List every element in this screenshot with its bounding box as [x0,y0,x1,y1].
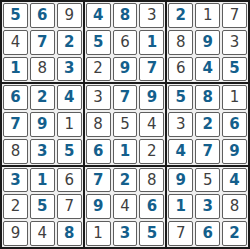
cell-r6c5[interactable]: 1 [113,139,138,164]
cell-r2c8[interactable]: 9 [195,30,220,55]
cell-r9c6[interactable]: 5 [139,221,164,246]
cell-r1c6[interactable]: 3 [139,3,164,28]
box-1-2: 483561297 [85,2,166,82]
cell-r9c1[interactable]: 9 [3,221,28,246]
cell-r9c3[interactable]: 8 [57,221,82,246]
box-2-2: 379854612 [85,84,166,164]
cell-r9c2[interactable]: 4 [30,221,55,246]
cell-r4c4[interactable]: 3 [86,85,111,110]
cell-r8c3[interactable]: 7 [57,194,82,219]
box-3-3: 954138762 [167,167,248,247]
cell-r8c5[interactable]: 4 [113,194,138,219]
cell-r8c1[interactable]: 2 [3,194,28,219]
cell-r2c2[interactable]: 7 [30,30,55,55]
cell-r8c2[interactable]: 5 [30,194,55,219]
cell-r5c1[interactable]: 7 [3,112,28,137]
cell-r9c8[interactable]: 6 [195,221,220,246]
cell-r3c3[interactable]: 3 [57,57,82,82]
cell-r3c4[interactable]: 2 [86,57,111,82]
cell-r4c2[interactable]: 2 [30,85,55,110]
cell-r7c1[interactable]: 3 [3,168,28,193]
cell-r5c8[interactable]: 2 [195,112,220,137]
cell-r3c2[interactable]: 8 [30,57,55,82]
cell-r5c9[interactable]: 6 [222,112,247,137]
cell-r1c9[interactable]: 7 [222,3,247,28]
cell-r4c3[interactable]: 4 [57,85,82,110]
cell-r3c9[interactable]: 5 [222,57,247,82]
cell-r9c9[interactable]: 2 [222,221,247,246]
cell-r6c9[interactable]: 9 [222,139,247,164]
box-3-1: 316257948 [2,167,83,247]
cell-r7c8[interactable]: 5 [195,168,220,193]
cell-r5c4[interactable]: 8 [86,112,111,137]
cell-r1c5[interactable]: 8 [113,3,138,28]
cell-r1c4[interactable]: 4 [86,3,111,28]
cell-r8c6[interactable]: 6 [139,194,164,219]
cell-r4c7[interactable]: 5 [168,85,193,110]
cell-r2c5[interactable]: 6 [113,30,138,55]
cell-r6c4[interactable]: 6 [86,139,111,164]
cell-r7c9[interactable]: 4 [222,168,247,193]
cell-r7c3[interactable]: 6 [57,168,82,193]
cell-r1c2[interactable]: 6 [30,3,55,28]
cell-r3c8[interactable]: 4 [195,57,220,82]
cell-r4c8[interactable]: 8 [195,85,220,110]
cell-r2c1[interactable]: 4 [3,30,28,55]
cell-r8c9[interactable]: 8 [222,194,247,219]
cell-r7c7[interactable]: 9 [168,168,193,193]
cell-r8c4[interactable]: 9 [86,194,111,219]
cell-r9c7[interactable]: 7 [168,221,193,246]
cell-r1c1[interactable]: 5 [3,3,28,28]
cell-r3c7[interactable]: 6 [168,57,193,82]
cell-r2c3[interactable]: 2 [57,30,82,55]
cell-r7c5[interactable]: 2 [113,168,138,193]
cell-r3c5[interactable]: 9 [113,57,138,82]
cell-r6c1[interactable]: 8 [3,139,28,164]
cell-r1c8[interactable]: 1 [195,3,220,28]
box-1-3: 217893645 [167,2,248,82]
box-2-3: 581326479 [167,84,248,164]
cell-r9c4[interactable]: 1 [86,221,111,246]
cell-r2c9[interactable]: 3 [222,30,247,55]
cell-r4c6[interactable]: 9 [139,85,164,110]
box-1-1: 569472183 [2,2,83,82]
cell-r5c6[interactable]: 4 [139,112,164,137]
cell-r7c6[interactable]: 8 [139,168,164,193]
cell-r5c3[interactable]: 1 [57,112,82,137]
cell-r3c6[interactable]: 7 [139,57,164,82]
cell-r1c7[interactable]: 2 [168,3,193,28]
cell-r6c7[interactable]: 4 [168,139,193,164]
cell-r1c3[interactable]: 9 [57,3,82,28]
cell-r5c5[interactable]: 5 [113,112,138,137]
box-3-2: 728946135 [85,167,166,247]
cell-r7c2[interactable]: 1 [30,168,55,193]
cell-r6c6[interactable]: 2 [139,139,164,164]
cell-r2c6[interactable]: 1 [139,30,164,55]
cell-r4c5[interactable]: 7 [113,85,138,110]
cell-r5c2[interactable]: 9 [30,112,55,137]
cell-r5c7[interactable]: 3 [168,112,193,137]
cell-r2c4[interactable]: 5 [86,30,111,55]
sudoku-board: 5694721834835612972178936456247918353798… [0,0,250,249]
cell-r6c3[interactable]: 5 [57,139,82,164]
cell-r9c5[interactable]: 3 [113,221,138,246]
cell-r8c7[interactable]: 1 [168,194,193,219]
cell-r7c4[interactable]: 7 [86,168,111,193]
box-2-1: 624791835 [2,84,83,164]
cell-r4c9[interactable]: 1 [222,85,247,110]
cell-r2c7[interactable]: 8 [168,30,193,55]
cell-r3c1[interactable]: 1 [3,57,28,82]
cell-r6c8[interactable]: 7 [195,139,220,164]
cell-r8c8[interactable]: 3 [195,194,220,219]
cell-r4c1[interactable]: 6 [3,85,28,110]
cell-r6c2[interactable]: 3 [30,139,55,164]
